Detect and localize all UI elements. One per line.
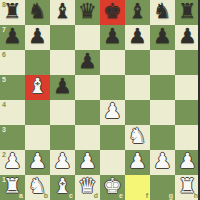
piece-white-pawn[interactable]: ♟	[3, 150, 22, 174]
square-h7[interactable]: ♟	[175, 25, 200, 50]
square-a8[interactable]: 8♜	[0, 0, 25, 25]
piece-black-bishop[interactable]: ♝	[128, 0, 147, 24]
piece-white-pawn[interactable]: ♟	[153, 150, 172, 174]
square-e5[interactable]	[100, 75, 125, 100]
piece-white-pawn[interactable]: ♟	[78, 150, 97, 174]
square-c2[interactable]: ♟	[50, 150, 75, 175]
square-b6[interactable]	[25, 50, 50, 75]
piece-black-knight[interactable]: ♞	[28, 0, 47, 24]
square-d4[interactable]	[75, 100, 100, 125]
square-h4[interactable]	[175, 100, 200, 125]
piece-black-king[interactable]: ♚	[103, 0, 122, 24]
square-f6[interactable]	[125, 50, 150, 75]
square-b1[interactable]: b♞	[25, 175, 50, 200]
piece-white-bishop[interactable]: ♝	[53, 175, 72, 199]
square-a7[interactable]: 7♟	[0, 25, 25, 50]
rank-label-5: 5	[2, 76, 6, 83]
square-c8[interactable]: ♝	[50, 0, 75, 25]
square-a1[interactable]: 1a♜	[0, 175, 25, 200]
chess-board: 8♜♞♝♛♚♝♞♜7♟♟♟♟♟♟6♟5♝♟4♟3♞2♟♟♟♟♟♟♟1a♜b♞c♝…	[0, 0, 200, 200]
square-f1[interactable]: f	[125, 175, 150, 200]
square-e8[interactable]: ♚	[100, 0, 125, 25]
square-f5[interactable]	[125, 75, 150, 100]
board-right-edge	[198, 0, 200, 200]
piece-black-queen[interactable]: ♛	[78, 0, 97, 24]
piece-white-knight[interactable]: ♞	[128, 125, 147, 149]
piece-white-king[interactable]: ♚	[103, 175, 122, 199]
piece-white-rook[interactable]: ♜	[3, 175, 22, 199]
square-g2[interactable]: ♟	[150, 150, 175, 175]
square-a2[interactable]: 2♟	[0, 150, 25, 175]
square-f4[interactable]	[125, 100, 150, 125]
square-f2[interactable]: ♟	[125, 150, 150, 175]
piece-white-knight[interactable]: ♞	[28, 175, 47, 199]
square-c7[interactable]	[50, 25, 75, 50]
square-b2[interactable]: ♟	[25, 150, 50, 175]
piece-black-pawn[interactable]: ♟	[103, 25, 122, 49]
square-g7[interactable]: ♟	[150, 25, 175, 50]
piece-black-rook[interactable]: ♜	[3, 0, 22, 24]
square-e6[interactable]	[100, 50, 125, 75]
square-b3[interactable]	[25, 125, 50, 150]
square-d8[interactable]: ♛	[75, 0, 100, 25]
piece-white-pawn[interactable]: ♟	[178, 150, 197, 174]
square-b4[interactable]	[25, 100, 50, 125]
square-g1[interactable]: g	[150, 175, 175, 200]
square-c5[interactable]: ♟	[50, 75, 75, 100]
rank-label-4: 4	[2, 101, 6, 108]
square-g6[interactable]	[150, 50, 175, 75]
piece-white-bishop[interactable]: ♝	[28, 75, 47, 99]
square-d2[interactable]: ♟	[75, 150, 100, 175]
square-g4[interactable]	[150, 100, 175, 125]
square-g3[interactable]	[150, 125, 175, 150]
square-c1[interactable]: c♝	[50, 175, 75, 200]
file-label-f: f	[146, 192, 148, 199]
square-h5[interactable]	[175, 75, 200, 100]
square-h1[interactable]: h♜	[175, 175, 200, 200]
square-e4[interactable]: ♟	[100, 100, 125, 125]
square-e2[interactable]	[100, 150, 125, 175]
square-d7[interactable]	[75, 25, 100, 50]
square-h2[interactable]: ♟	[175, 150, 200, 175]
piece-white-queen[interactable]: ♛	[78, 175, 97, 199]
square-f7[interactable]: ♟	[125, 25, 150, 50]
piece-black-pawn[interactable]: ♟	[153, 25, 172, 49]
rank-label-6: 6	[2, 51, 6, 58]
piece-white-pawn[interactable]: ♟	[53, 150, 72, 174]
square-e7[interactable]: ♟	[100, 25, 125, 50]
square-d5[interactable]	[75, 75, 100, 100]
file-label-g: g	[169, 192, 173, 199]
square-g5[interactable]	[150, 75, 175, 100]
square-h8[interactable]: ♜	[175, 0, 200, 25]
square-f8[interactable]: ♝	[125, 0, 150, 25]
piece-black-knight[interactable]: ♞	[153, 0, 172, 24]
square-d3[interactable]	[75, 125, 100, 150]
square-e3[interactable]	[100, 125, 125, 150]
square-c4[interactable]	[50, 100, 75, 125]
square-d6[interactable]: ♟	[75, 50, 100, 75]
square-b8[interactable]: ♞	[25, 0, 50, 25]
square-h6[interactable]	[175, 50, 200, 75]
square-c6[interactable]	[50, 50, 75, 75]
square-a3[interactable]: 3	[0, 125, 25, 150]
piece-black-pawn[interactable]: ♟	[128, 25, 147, 49]
square-c3[interactable]	[50, 125, 75, 150]
piece-black-bishop[interactable]: ♝	[53, 0, 72, 24]
rank-label-3: 3	[2, 126, 6, 133]
square-h3[interactable]	[175, 125, 200, 150]
piece-white-pawn[interactable]: ♟	[28, 150, 47, 174]
square-f3[interactable]: ♞	[125, 125, 150, 150]
piece-black-pawn[interactable]: ♟	[178, 25, 197, 49]
piece-white-pawn[interactable]: ♟	[103, 100, 122, 124]
piece-black-rook[interactable]: ♜	[178, 0, 197, 24]
piece-black-pawn[interactable]: ♟	[3, 25, 22, 49]
piece-black-pawn[interactable]: ♟	[28, 25, 47, 49]
piece-white-rook[interactable]: ♜	[178, 175, 197, 199]
square-a5[interactable]: 5	[0, 75, 25, 100]
square-d1[interactable]: d♛	[75, 175, 100, 200]
square-a6[interactable]: 6	[0, 50, 25, 75]
square-g8[interactable]: ♞	[150, 0, 175, 25]
piece-black-pawn[interactable]: ♟	[53, 75, 72, 99]
square-b5[interactable]: ♝	[25, 75, 50, 100]
piece-white-pawn[interactable]: ♟	[128, 150, 147, 174]
piece-black-pawn[interactable]: ♟	[78, 50, 97, 74]
square-b7[interactable]: ♟	[25, 25, 50, 50]
square-a4[interactable]: 4	[0, 100, 25, 125]
square-e1[interactable]: e♚	[100, 175, 125, 200]
